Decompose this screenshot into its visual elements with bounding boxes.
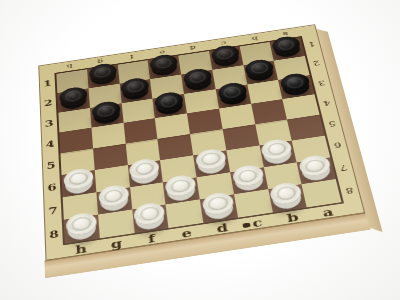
square-a8[interactable] xyxy=(302,179,342,207)
square-f8[interactable] xyxy=(132,205,169,234)
coordinate-label: 8 xyxy=(45,221,63,248)
coordinate-label: 3 xyxy=(41,112,57,135)
coordinate-label: 6 xyxy=(43,175,60,200)
checkers-board: hgfedcba hgfedcba 12345678 12345678 xyxy=(38,24,365,260)
square-g8[interactable] xyxy=(98,210,134,239)
coordinate-label: 1 xyxy=(40,73,56,95)
square-c8[interactable] xyxy=(234,189,273,217)
square-e8[interactable] xyxy=(166,200,203,228)
square-d8[interactable] xyxy=(200,194,238,222)
coordinate-label: 5 xyxy=(43,154,60,178)
square-b8[interactable] xyxy=(268,184,307,212)
coordinate-label: 7 xyxy=(44,198,61,224)
square-h8[interactable] xyxy=(64,215,100,244)
coordinate-label: 4 xyxy=(42,133,59,156)
coordinate-label: 2 xyxy=(40,92,56,114)
